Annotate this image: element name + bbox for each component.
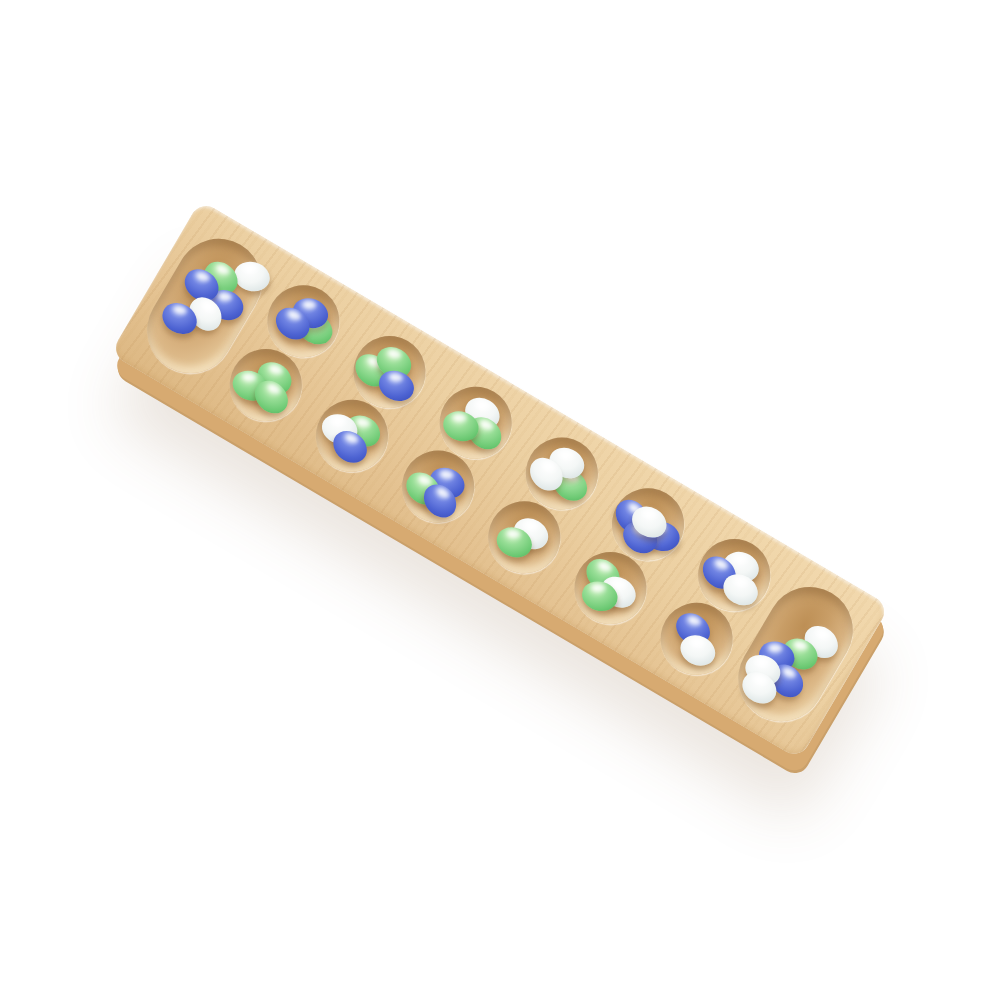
mancala-board — [110, 200, 890, 759]
product-photo-scene — [0, 0, 1000, 1000]
stone-white — [231, 257, 273, 295]
